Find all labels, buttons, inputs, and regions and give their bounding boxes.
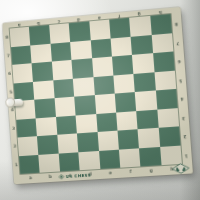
coord-label-a: a — [20, 173, 40, 184]
square-a1[interactable] — [19, 154, 40, 173]
square-c8[interactable] — [49, 23, 70, 43]
square-e2[interactable] — [97, 131, 119, 151]
square-b6[interactable] — [32, 62, 53, 82]
coord-label-g: g — [141, 165, 162, 176]
us-chess-small-logo-icon — [58, 174, 64, 179]
square-h6[interactable] — [153, 51, 175, 71]
square-c5[interactable] — [53, 78, 74, 98]
square-d3[interactable] — [76, 114, 97, 134]
coord-label-6: 6 — [173, 51, 185, 71]
square-f7[interactable] — [110, 36, 132, 56]
square-g8[interactable] — [129, 16, 151, 36]
square-f2[interactable] — [117, 129, 139, 149]
square-h8[interactable] — [150, 14, 172, 34]
square-f3[interactable] — [116, 111, 138, 131]
us-chess-diamond-knights-icon: ♞ ♞ — [172, 162, 190, 174]
square-d8[interactable] — [69, 21, 90, 41]
brand-label: US CHESS — [66, 172, 92, 179]
square-h2[interactable] — [158, 126, 180, 146]
square-g3[interactable] — [136, 109, 158, 129]
square-e7[interactable] — [90, 38, 112, 58]
square-e1[interactable] — [98, 149, 120, 169]
svg-text:♞: ♞ — [175, 165, 181, 171]
square-e5[interactable] — [93, 75, 115, 95]
square-d4[interactable] — [74, 95, 95, 115]
square-g2[interactable] — [138, 128, 160, 148]
coord-label-4: 4 — [176, 88, 188, 108]
coord-label-f: f — [120, 166, 141, 177]
square-a2[interactable] — [18, 136, 39, 156]
fallen-white-piece[interactable] — [5, 97, 24, 109]
photo-background: abcdefgh 87654321 87654321 abcdefgh US C… — [0, 0, 200, 200]
square-b3[interactable] — [36, 116, 57, 136]
square-g6[interactable] — [132, 53, 154, 73]
square-a8[interactable] — [10, 27, 31, 47]
square-a6[interactable] — [12, 63, 33, 83]
square-d2[interactable] — [77, 132, 98, 152]
square-c6[interactable] — [52, 60, 73, 80]
square-g1[interactable] — [139, 146, 161, 166]
square-f4[interactable] — [115, 92, 137, 112]
square-d1[interactable] — [78, 150, 99, 170]
square-e8[interactable] — [89, 20, 111, 40]
square-d7[interactable] — [70, 40, 91, 60]
square-b1[interactable] — [39, 153, 60, 173]
coord-label-3: 3 — [178, 107, 190, 126]
coord-label-5: 5 — [175, 69, 187, 89]
svg-text:♞: ♞ — [181, 165, 187, 171]
square-c4[interactable] — [54, 97, 75, 117]
square-g5[interactable] — [134, 72, 156, 92]
square-a3[interactable] — [16, 118, 37, 138]
square-b4[interactable] — [35, 98, 56, 118]
square-b7[interactable] — [31, 43, 52, 63]
square-c7[interactable] — [50, 42, 71, 62]
square-d6[interactable] — [72, 58, 93, 78]
square-b5[interactable] — [33, 80, 54, 100]
square-h4[interactable] — [156, 89, 178, 109]
square-h7[interactable] — [151, 33, 173, 53]
square-f5[interactable] — [113, 73, 135, 93]
square-d5[interactable] — [73, 77, 94, 97]
square-h5[interactable] — [154, 70, 176, 90]
square-c2[interactable] — [57, 133, 78, 153]
square-e4[interactable] — [94, 94, 116, 114]
square-e3[interactable] — [96, 112, 118, 132]
coord-label-e: e — [100, 168, 121, 179]
square-a7[interactable] — [11, 45, 32, 65]
square-h3[interactable] — [157, 108, 179, 128]
square-g7[interactable] — [131, 35, 153, 55]
square-f1[interactable] — [119, 148, 141, 168]
play-area — [10, 14, 182, 174]
coord-label-8: 8 — [171, 13, 183, 33]
square-c1[interactable] — [58, 152, 79, 172]
square-f6[interactable] — [112, 55, 134, 75]
square-c3[interactable] — [56, 115, 77, 135]
coord-label-7: 7 — [172, 32, 184, 52]
square-e6[interactable] — [92, 57, 114, 77]
square-f8[interactable] — [109, 18, 131, 38]
square-b2[interactable] — [37, 135, 58, 155]
coord-label-2: 2 — [179, 126, 191, 145]
coord-label-1: 1 — [180, 144, 192, 163]
fallen-piece-base — [5, 97, 15, 108]
chess-board: abcdefgh 87654321 87654321 abcdefgh US C… — [3, 7, 193, 184]
square-b8[interactable] — [29, 25, 50, 45]
square-g4[interactable] — [135, 90, 157, 110]
